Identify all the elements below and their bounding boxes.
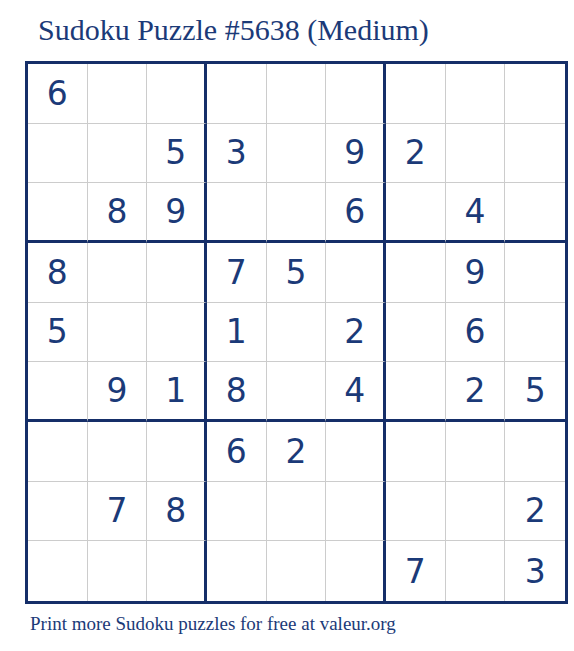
cell-r2c6: 9 [326,124,386,184]
cell-r3c6: 6 [326,183,386,243]
cell-r9c5 [267,541,327,601]
cell-r7c8 [446,422,506,482]
cell-r4c1: 8 [28,243,88,303]
cell-r1c2 [88,64,148,124]
cell-r2c5 [267,124,327,184]
cell-r1c4 [207,64,267,124]
cell-r4c5: 5 [267,243,327,303]
cell-r8c4 [207,482,267,542]
cell-r5c6: 2 [326,303,386,363]
cell-r3c9 [505,183,565,243]
cell-r8c5 [267,482,327,542]
cell-r8c7 [386,482,446,542]
cell-r7c1 [28,422,88,482]
cell-r8c1 [28,482,88,542]
cell-r9c6 [326,541,386,601]
cell-r4c8: 9 [446,243,506,303]
cell-r5c8: 6 [446,303,506,363]
cell-r1c6 [326,64,386,124]
cell-r4c4: 7 [207,243,267,303]
cell-r9c9: 3 [505,541,565,601]
cell-r3c7 [386,183,446,243]
cell-r9c8 [446,541,506,601]
cell-r7c5: 2 [267,422,327,482]
cell-r6c7 [386,362,446,422]
cell-r2c1 [28,124,88,184]
cell-r3c3: 9 [147,183,207,243]
page-title: Sudoku Puzzle #5638 (Medium) [38,13,429,47]
cell-r1c9 [505,64,565,124]
cell-r9c2 [88,541,148,601]
cell-r3c4 [207,183,267,243]
cell-r5c7 [386,303,446,363]
cell-r2c3: 5 [147,124,207,184]
cell-r9c4 [207,541,267,601]
cell-r8c9: 2 [505,482,565,542]
cell-r6c9: 5 [505,362,565,422]
cell-r7c2 [88,422,148,482]
cell-r1c1: 6 [28,64,88,124]
cell-r6c5 [267,362,327,422]
cell-r1c3 [147,64,207,124]
cell-r7c4: 6 [207,422,267,482]
cell-r6c3: 1 [147,362,207,422]
cell-r2c8 [446,124,506,184]
cell-r9c3 [147,541,207,601]
cell-r4c2 [88,243,148,303]
cell-r6c4: 8 [207,362,267,422]
cell-r3c5 [267,183,327,243]
cell-r7c6 [326,422,386,482]
cell-r3c8: 4 [446,183,506,243]
cell-r6c8: 2 [446,362,506,422]
cell-r2c9 [505,124,565,184]
cell-r5c1: 5 [28,303,88,363]
cell-r7c3 [147,422,207,482]
cell-r6c6: 4 [326,362,386,422]
cell-r3c1 [28,183,88,243]
cell-r1c8 [446,64,506,124]
cell-r2c2 [88,124,148,184]
cell-r8c8 [446,482,506,542]
cell-r5c2 [88,303,148,363]
cell-r2c7: 2 [386,124,446,184]
cell-r6c1 [28,362,88,422]
cell-r7c9 [505,422,565,482]
cell-r5c4: 1 [207,303,267,363]
cell-r5c3 [147,303,207,363]
cell-r8c2: 7 [88,482,148,542]
cell-r9c1 [28,541,88,601]
cell-r4c3 [147,243,207,303]
cell-r1c7 [386,64,446,124]
cell-r7c7 [386,422,446,482]
cell-r5c9 [505,303,565,363]
cell-r4c9 [505,243,565,303]
cell-r4c6 [326,243,386,303]
cell-r6c2: 9 [88,362,148,422]
cell-r8c3: 8 [147,482,207,542]
sudoku-board: 653928964875951269184256278273 [25,61,568,604]
footer-text: Print more Sudoku puzzles for free at va… [30,613,396,635]
cell-r5c5 [267,303,327,363]
cell-r3c2: 8 [88,183,148,243]
cell-r1c5 [267,64,327,124]
cell-r2c4: 3 [207,124,267,184]
cell-r9c7: 7 [386,541,446,601]
cell-r8c6 [326,482,386,542]
cell-r4c7 [386,243,446,303]
